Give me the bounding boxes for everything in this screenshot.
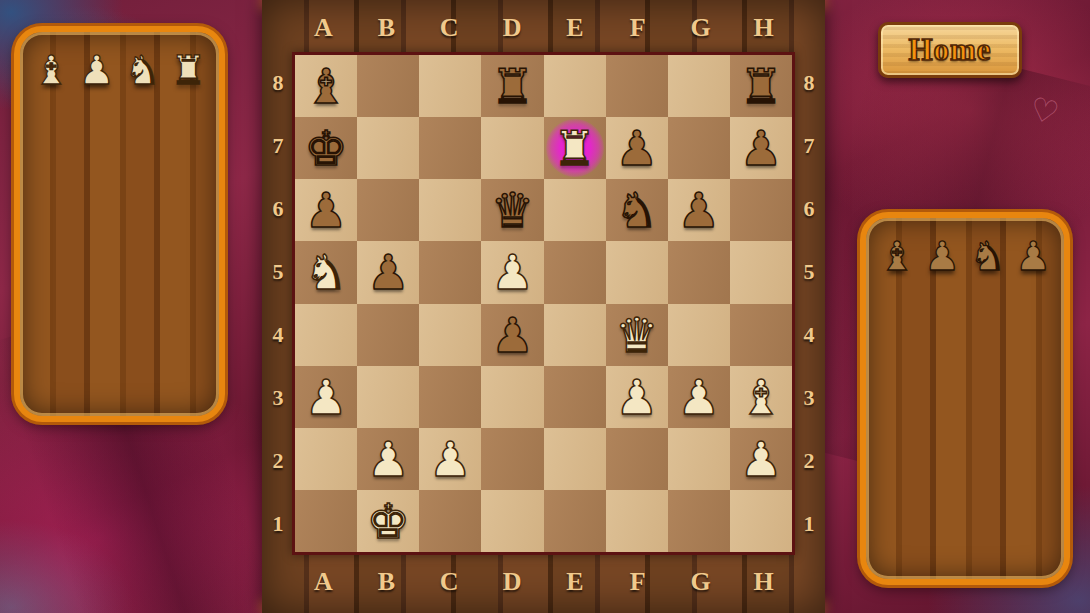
piece-white-queen-f4[interactable]: ♛ bbox=[606, 304, 668, 366]
square-b3[interactable] bbox=[357, 366, 419, 428]
square-g5[interactable] bbox=[668, 241, 730, 303]
file-labels-top: ABCDEFGH bbox=[292, 12, 795, 44]
captured-black-knight: ♞ bbox=[970, 236, 1006, 276]
square-a2[interactable] bbox=[295, 428, 357, 490]
captured-white-bishop: ♝ bbox=[33, 50, 69, 90]
piece-white-king-b1[interactable]: ♚ bbox=[357, 490, 419, 552]
piece-white-bishop-h3[interactable]: ♝ bbox=[730, 366, 792, 428]
square-d6[interactable]: ♛ bbox=[481, 179, 543, 241]
captured-white-pawn: ♟ bbox=[79, 50, 115, 90]
square-h5[interactable] bbox=[730, 241, 792, 303]
square-g2[interactable] bbox=[668, 428, 730, 490]
square-h1[interactable] bbox=[730, 490, 792, 552]
captured-white-knight: ♞ bbox=[124, 50, 160, 90]
rank-label-8: 8 bbox=[264, 52, 292, 115]
square-e7[interactable]: ♜ bbox=[544, 117, 606, 179]
captured-white-pieces-tray: ♝♟♞♜ bbox=[14, 26, 225, 422]
piece-white-pawn-f3[interactable]: ♟ bbox=[606, 366, 668, 428]
piece-white-pawn-h2[interactable]: ♟ bbox=[730, 428, 792, 490]
piece-white-pawn-d5[interactable]: ♟ bbox=[481, 241, 543, 303]
rank-label-3: 3 bbox=[795, 366, 823, 429]
rank-label-7: 7 bbox=[264, 115, 292, 178]
rank-label-6: 6 bbox=[264, 178, 292, 241]
square-b7[interactable] bbox=[357, 117, 419, 179]
captured-black-pawn: ♟ bbox=[1015, 236, 1051, 276]
rank-label-3: 3 bbox=[264, 366, 292, 429]
square-g8[interactable] bbox=[668, 55, 730, 117]
file-label-g: G bbox=[669, 566, 732, 598]
square-d2[interactable] bbox=[481, 428, 543, 490]
file-label-a: A bbox=[292, 566, 355, 598]
captured-black-pawn: ♟ bbox=[924, 236, 960, 276]
square-f3[interactable]: ♟ bbox=[606, 366, 668, 428]
square-a7[interactable]: ♚ bbox=[295, 117, 357, 179]
square-h2[interactable]: ♟ bbox=[730, 428, 792, 490]
chess-board-frame: ABCDEFGH ABCDEFGH 87654321 87654321 ♝♜♜♚… bbox=[262, 0, 825, 613]
square-d1[interactable] bbox=[481, 490, 543, 552]
square-h6[interactable] bbox=[730, 179, 792, 241]
rank-label-1: 1 bbox=[264, 492, 292, 555]
file-label-d: D bbox=[481, 12, 544, 44]
rank-label-5: 5 bbox=[264, 241, 292, 304]
square-a3[interactable]: ♟ bbox=[295, 366, 357, 428]
piece-white-pawn-c2[interactable]: ♟ bbox=[419, 428, 481, 490]
game-screen: ♡ ABCDEFGH ABCDEFGH 87654321 87654321 ♝♜… bbox=[0, 0, 1090, 613]
rank-label-4: 4 bbox=[795, 304, 823, 367]
square-f2[interactable] bbox=[606, 428, 668, 490]
square-f6[interactable]: ♞ bbox=[606, 179, 668, 241]
square-h8[interactable]: ♜ bbox=[730, 55, 792, 117]
piece-white-knight-a5[interactable]: ♞ bbox=[295, 241, 357, 303]
piece-black-pawn-b5[interactable]: ♟ bbox=[357, 241, 419, 303]
rank-label-1: 1 bbox=[795, 492, 823, 555]
square-c4[interactable] bbox=[419, 304, 481, 366]
file-label-d: D bbox=[481, 566, 544, 598]
piece-black-pawn-h7[interactable]: ♟ bbox=[730, 117, 792, 179]
square-c3[interactable] bbox=[419, 366, 481, 428]
square-e4[interactable] bbox=[544, 304, 606, 366]
rank-label-7: 7 bbox=[795, 115, 823, 178]
file-label-b: B bbox=[355, 12, 418, 44]
captured-black-bishop: ♝ bbox=[879, 236, 915, 276]
piece-black-bishop-a8[interactable]: ♝ bbox=[295, 55, 357, 117]
square-d5[interactable]: ♟ bbox=[481, 241, 543, 303]
home-button[interactable]: Home bbox=[878, 22, 1022, 78]
square-b6[interactable] bbox=[357, 179, 419, 241]
piece-white-pawn-g3[interactable]: ♟ bbox=[668, 366, 730, 428]
rank-label-2: 2 bbox=[264, 429, 292, 492]
square-a8[interactable]: ♝ bbox=[295, 55, 357, 117]
file-labels-bottom: ABCDEFGH bbox=[292, 566, 795, 598]
square-h3[interactable]: ♝ bbox=[730, 366, 792, 428]
square-g4[interactable] bbox=[668, 304, 730, 366]
square-g1[interactable] bbox=[668, 490, 730, 552]
square-f1[interactable] bbox=[606, 490, 668, 552]
square-b1[interactable]: ♚ bbox=[357, 490, 419, 552]
piece-black-knight-f6[interactable]: ♞ bbox=[606, 179, 668, 241]
file-label-c: C bbox=[418, 566, 481, 598]
square-b5[interactable]: ♟ bbox=[357, 241, 419, 303]
file-label-b: B bbox=[355, 566, 418, 598]
piece-black-queen-d6[interactable]: ♛ bbox=[481, 179, 543, 241]
square-a4[interactable] bbox=[295, 304, 357, 366]
square-e2[interactable] bbox=[544, 428, 606, 490]
square-e1[interactable] bbox=[544, 490, 606, 552]
square-b4[interactable] bbox=[357, 304, 419, 366]
chess-board: ♝♜♜♚♜♟♟♟♛♞♟♞♟♟♟♛♟♟♟♝♟♟♟♚ bbox=[292, 52, 795, 555]
square-e5[interactable] bbox=[544, 241, 606, 303]
file-label-e: E bbox=[544, 566, 607, 598]
square-g6[interactable]: ♟ bbox=[668, 179, 730, 241]
square-g3[interactable]: ♟ bbox=[668, 366, 730, 428]
rank-labels-left: 87654321 bbox=[264, 52, 292, 555]
rank-label-6: 6 bbox=[795, 178, 823, 241]
square-c5[interactable] bbox=[419, 241, 481, 303]
piece-black-king-a7[interactable]: ♚ bbox=[295, 117, 357, 179]
piece-white-rook-e7[interactable]: ♜ bbox=[544, 117, 606, 179]
rank-label-4: 4 bbox=[264, 304, 292, 367]
square-e8[interactable] bbox=[544, 55, 606, 117]
square-g7[interactable] bbox=[668, 117, 730, 179]
square-d4[interactable]: ♟ bbox=[481, 304, 543, 366]
rank-label-8: 8 bbox=[795, 52, 823, 115]
piece-black-pawn-a6[interactable]: ♟ bbox=[295, 179, 357, 241]
square-b2[interactable]: ♟ bbox=[357, 428, 419, 490]
captured-black-pieces-tray: ♝♟♞♟ bbox=[860, 212, 1070, 585]
piece-black-pawn-g6[interactable]: ♟ bbox=[668, 179, 730, 241]
square-f7[interactable]: ♟ bbox=[606, 117, 668, 179]
file-label-e: E bbox=[544, 12, 607, 44]
square-d8[interactable]: ♜ bbox=[481, 55, 543, 117]
square-e3[interactable] bbox=[544, 366, 606, 428]
square-d7[interactable] bbox=[481, 117, 543, 179]
piece-black-rook-h8[interactable]: ♜ bbox=[730, 55, 792, 117]
file-label-g: G bbox=[669, 12, 732, 44]
square-a5[interactable]: ♞ bbox=[295, 241, 357, 303]
file-label-h: H bbox=[732, 566, 795, 598]
file-label-f: F bbox=[606, 12, 669, 44]
square-c6[interactable] bbox=[419, 179, 481, 241]
piece-white-pawn-b2[interactable]: ♟ bbox=[357, 428, 419, 490]
rank-label-2: 2 bbox=[795, 429, 823, 492]
captured-white-rook: ♜ bbox=[170, 50, 206, 90]
square-f8[interactable] bbox=[606, 55, 668, 117]
square-d3[interactable] bbox=[481, 366, 543, 428]
square-c2[interactable]: ♟ bbox=[419, 428, 481, 490]
file-label-h: H bbox=[732, 12, 795, 44]
square-f4[interactable]: ♛ bbox=[606, 304, 668, 366]
square-b8[interactable] bbox=[357, 55, 419, 117]
square-c8[interactable] bbox=[419, 55, 481, 117]
square-e6[interactable] bbox=[544, 179, 606, 241]
square-h7[interactable]: ♟ bbox=[730, 117, 792, 179]
captured-white-pieces-row: ♝♟♞♜ bbox=[20, 32, 219, 90]
piece-black-pawn-d4[interactable]: ♟ bbox=[481, 304, 543, 366]
square-a1[interactable] bbox=[295, 490, 357, 552]
rank-label-5: 5 bbox=[795, 241, 823, 304]
square-c1[interactable] bbox=[419, 490, 481, 552]
home-button-label: Home bbox=[908, 32, 991, 68]
piece-black-pawn-f7[interactable]: ♟ bbox=[606, 117, 668, 179]
rank-labels-right: 87654321 bbox=[795, 52, 823, 555]
piece-white-pawn-a3[interactable]: ♟ bbox=[295, 366, 357, 428]
square-c7[interactable] bbox=[419, 117, 481, 179]
square-h4[interactable] bbox=[730, 304, 792, 366]
square-a6[interactable]: ♟ bbox=[295, 179, 357, 241]
square-f5[interactable] bbox=[606, 241, 668, 303]
piece-black-rook-d8[interactable]: ♜ bbox=[481, 55, 543, 117]
file-label-f: F bbox=[606, 566, 669, 598]
file-label-c: C bbox=[418, 12, 481, 44]
file-label-a: A bbox=[292, 12, 355, 44]
captured-black-pieces-row: ♝♟♞♟ bbox=[866, 218, 1064, 276]
